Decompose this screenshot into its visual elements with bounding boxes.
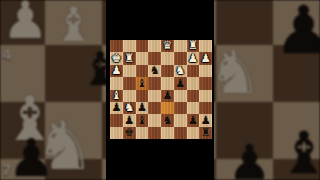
square-e8 xyxy=(161,127,174,139)
chess-board: ♛♜♚♜♟♟♟♞♞♝♟♝♟♟♞♟♟♝♞♟♟♚♜ xyxy=(110,40,212,139)
square-g7: ♟ xyxy=(187,114,200,126)
white-rook-b2: ♜ xyxy=(123,52,136,64)
square-f7 xyxy=(174,114,187,126)
square-h2: ♟ xyxy=(199,52,212,64)
square-f1 xyxy=(174,40,187,52)
black-king-b8: ♚ xyxy=(123,127,136,139)
square-c1 xyxy=(136,40,149,52)
square-g8 xyxy=(187,127,200,139)
square-g5 xyxy=(187,90,200,102)
black-pawn-a6: ♟ xyxy=(110,102,123,114)
square-d3: ♞ xyxy=(148,65,161,77)
video-frame: ♟♝♝♝♞♟♞♟♟♝47 ♛♜♚♜♟♟♟♞♞♝♟♝♟♟♞♟♟♝♞♟♟♚♜ xyxy=(0,0,320,180)
black-knight-e7: ♞ xyxy=(161,114,174,126)
square-f4: ♟ xyxy=(174,77,187,89)
square-c2 xyxy=(136,52,149,64)
white-pawn-h2: ♟ xyxy=(199,52,212,64)
square-h4 xyxy=(199,77,212,89)
square-d4 xyxy=(148,77,161,89)
black-pawn-g7: ♟ xyxy=(187,114,200,126)
square-c4: ♝ xyxy=(136,77,149,89)
square-a3: ♟ xyxy=(110,65,123,77)
square-g3 xyxy=(187,65,200,77)
square-c8 xyxy=(136,127,149,139)
square-b4 xyxy=(123,77,136,89)
square-e3 xyxy=(161,65,174,77)
square-g4 xyxy=(187,77,200,89)
black-rook-h8: ♜ xyxy=(199,127,212,139)
square-h3 xyxy=(199,65,212,77)
black-pawn-e5: ♟ xyxy=(161,90,174,102)
white-pawn-g2: ♟ xyxy=(187,52,200,64)
square-a6: ♟ xyxy=(110,102,123,114)
square-e5: ♟ xyxy=(161,90,174,102)
square-b3 xyxy=(123,65,136,77)
black-bishop-c4: ♝ xyxy=(136,77,149,89)
square-d8 xyxy=(148,127,161,139)
black-knight-d3: ♞ xyxy=(148,65,161,77)
square-d7 xyxy=(148,114,161,126)
square-d5 xyxy=(148,90,161,102)
square-f6 xyxy=(174,102,187,114)
square-e7: ♞ xyxy=(161,114,174,126)
square-f5 xyxy=(174,90,187,102)
square-g2: ♟ xyxy=(187,52,200,64)
square-a7 xyxy=(110,114,123,126)
square-b8: ♚ xyxy=(123,127,136,139)
square-f8 xyxy=(174,127,187,139)
black-bishop-c7: ♝ xyxy=(136,114,149,126)
square-d1 xyxy=(148,40,161,52)
square-d6 xyxy=(148,102,161,114)
white-pawn-a3: ♟ xyxy=(110,65,123,77)
square-c7: ♝ xyxy=(136,114,149,126)
square-a8 xyxy=(110,127,123,139)
square-e1: ♛ xyxy=(161,40,174,52)
square-h5 xyxy=(199,90,212,102)
square-e2 xyxy=(161,52,174,64)
square-b2: ♜ xyxy=(123,52,136,64)
white-queen-e1: ♛ xyxy=(161,40,174,52)
square-h8: ♜ xyxy=(199,127,212,139)
black-pawn-f4: ♟ xyxy=(174,77,187,89)
